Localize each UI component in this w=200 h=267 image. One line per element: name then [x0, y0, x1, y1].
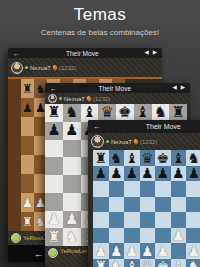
board-square[interactable] [63, 157, 81, 175]
board-square[interactable]: ♟ [63, 211, 81, 229]
title-bar: ← Their Move ◀ ▶ [8, 48, 162, 58]
board-square[interactable] [155, 181, 171, 197]
board-square[interactable] [186, 197, 200, 213]
piece-white-b[interactable]: ♝ [171, 259, 187, 267]
board-square[interactable] [109, 181, 125, 197]
piece-black-p[interactable]: ♟ [155, 166, 171, 182]
back-arrow-icon[interactable]: ← [93, 123, 101, 131]
flame-flair-icon [52, 64, 58, 70]
board-square[interactable] [155, 197, 171, 213]
online-status-icon [106, 140, 109, 143]
piece-white-p[interactable]: ♟ [109, 243, 125, 259]
online-status-icon [25, 66, 28, 69]
board-square[interactable]: ♟ [109, 243, 125, 259]
board-square[interactable]: ♚ [155, 259, 171, 267]
piece-black-b[interactable]: ♝ [124, 150, 140, 166]
board-square[interactable]: ♟ [124, 166, 140, 182]
move-status-title: Their Move [101, 123, 200, 130]
board-square[interactable]: ♞ [186, 150, 200, 166]
piece-black-r[interactable]: ♜ [21, 79, 34, 98]
board-square[interactable] [155, 212, 171, 228]
chess-board-blue[interactable]: ♜♞♝♛♚♝♞♜♟♟♟♟♟♟♟♟♟♟♟♟♟♟♟♟♜♞♝♛♚♝♞♜ [93, 150, 200, 267]
board-square[interactable]: ♟ [45, 122, 63, 140]
board-square[interactable]: ♝ [124, 259, 140, 267]
board-square[interactable]: ♞ [109, 150, 125, 166]
board-square[interactable]: ♞ [63, 104, 81, 122]
piece-white-p[interactable]: ♟ [186, 243, 200, 259]
opponent-name: NezoaT [111, 139, 132, 145]
piece-black-r[interactable]: ♜ [93, 150, 109, 166]
board-square[interactable]: ♟ [93, 166, 109, 182]
title-bar: ← Their Move ◀ ▶ [88, 120, 200, 133]
board-square[interactable]: ♝ [171, 150, 187, 166]
board-square[interactable]: ♟ [186, 243, 200, 259]
player-name: YeRowLei [60, 248, 87, 254]
board-square[interactable] [155, 228, 171, 244]
board-square[interactable]: ♜ [45, 228, 63, 246]
board-square[interactable] [21, 136, 34, 155]
opponent-avatar[interactable] [91, 135, 104, 148]
board-square[interactable] [186, 228, 200, 244]
player-avatar[interactable] [48, 248, 58, 258]
opponent-bar: NezoaT (1232) [88, 133, 200, 150]
board-square[interactable]: ♟ [171, 166, 187, 182]
next-move-icon[interactable]: ▶ [181, 85, 185, 91]
board-square[interactable] [21, 117, 34, 136]
opponent-name: NezoaT [64, 96, 85, 102]
piece-black-b[interactable]: ♝ [171, 150, 187, 166]
piece-white-p[interactable]: ♟ [63, 211, 81, 229]
board-square[interactable] [45, 157, 63, 175]
board-square[interactable]: ♜ [21, 79, 34, 98]
piece-white-p[interactable]: ♟ [155, 243, 171, 259]
board-square[interactable]: ♞ [109, 259, 125, 267]
board-square[interactable] [21, 155, 34, 174]
piece-black-p[interactable]: ♟ [186, 166, 200, 182]
board-square[interactable] [93, 181, 109, 197]
next-move-icon[interactable]: ▶ [153, 50, 157, 56]
piece-black-p[interactable]: ♟ [124, 166, 140, 182]
promo-screen: Temas Centenas de belas combinações! ← T… [0, 0, 200, 267]
piece-white-n[interactable]: ♞ [186, 259, 200, 267]
board-square[interactable] [109, 197, 125, 213]
nav-back-icon[interactable]: ← [34, 249, 43, 259]
board-square[interactable] [140, 197, 156, 213]
board-square[interactable] [140, 181, 156, 197]
flame-flair-icon [86, 95, 92, 101]
piece-white-p[interactable]: ♟ [21, 193, 34, 212]
move-status-title: Their Move [20, 50, 145, 57]
opponent-bar: NezoaT (1232) [8, 58, 162, 77]
piece-black-k[interactable]: ♚ [155, 150, 171, 166]
opponent-rating: (1232) [140, 139, 157, 145]
board-square[interactable] [63, 175, 81, 193]
opponent-bar: NezoaT (1232) [45, 93, 190, 104]
board-square[interactable] [140, 228, 156, 244]
board-square[interactable] [45, 140, 63, 158]
piece-black-p[interactable]: ♟ [45, 122, 63, 140]
board-square[interactable]: ♞ [186, 259, 200, 267]
board-square[interactable]: ♟ [186, 166, 200, 182]
board-square[interactable]: ♜ [93, 150, 109, 166]
opponent-avatar[interactable] [48, 94, 57, 103]
board-square[interactable] [186, 212, 200, 228]
piece-black-q[interactable]: ♛ [140, 150, 156, 166]
piece-white-p[interactable]: ♟ [140, 243, 156, 259]
board-square[interactable] [124, 212, 140, 228]
board-square[interactable]: ♜ [21, 212, 34, 231]
board-square[interactable]: ♜ [45, 104, 63, 122]
board-square[interactable]: ♝ [124, 150, 140, 166]
piece-white-p[interactable]: ♟ [45, 211, 63, 229]
board-square[interactable]: ♟ [155, 166, 171, 182]
piece-black-p[interactable]: ♟ [140, 166, 156, 182]
piece-white-r[interactable]: ♜ [45, 228, 63, 246]
prev-move-icon[interactable]: ◀ [173, 85, 177, 91]
board-square[interactable]: ♟ [124, 243, 140, 259]
board-square[interactable] [171, 197, 187, 213]
board-square[interactable] [63, 193, 81, 211]
board-square[interactable]: ♛ [140, 150, 156, 166]
board-square[interactable] [93, 212, 109, 228]
piece-black-r[interactable]: ♜ [45, 104, 63, 122]
board-square[interactable] [124, 197, 140, 213]
back-arrow-icon[interactable]: ← [13, 50, 20, 57]
theme-screenshot-blue: ← Their Move ◀ ▶ NezoaT (1232) ♜♞♝♛♚♝♞♜♟… [88, 120, 200, 267]
board-square[interactable]: ♟ [45, 211, 63, 229]
piece-white-b[interactable]: ♝ [124, 259, 140, 267]
board-square[interactable]: ♟ [93, 243, 109, 259]
board-square[interactable] [124, 181, 140, 197]
piece-black-p[interactable]: ♟ [93, 166, 109, 182]
piece-white-r[interactable]: ♜ [21, 212, 34, 231]
board-square[interactable]: ♟ [155, 243, 171, 259]
piece-black-n[interactable]: ♞ [63, 104, 81, 122]
piece-black-p[interactable]: ♟ [63, 122, 81, 140]
promo-header: Temas Centenas de belas combinações! [0, 5, 200, 37]
opponent-rating: (1232) [93, 96, 110, 102]
move-status-title: Their Move [57, 85, 173, 92]
board-square[interactable] [21, 174, 34, 193]
piece-white-p[interactable]: ♟ [124, 243, 140, 259]
board-square[interactable] [45, 193, 63, 211]
board-square[interactable]: ♟ [21, 98, 34, 117]
board-square[interactable]: ♜ [93, 259, 109, 267]
board-square[interactable]: ♟ [63, 122, 81, 140]
player-avatar[interactable] [11, 233, 21, 243]
board-square[interactable]: ♝ [171, 259, 187, 267]
board-frame [8, 79, 21, 231]
page-title: Temas [0, 5, 200, 25]
piece-white-k[interactable]: ♚ [155, 259, 171, 267]
prev-move-icon[interactable]: ◀ [145, 50, 149, 56]
piece-black-n[interactable]: ♞ [186, 150, 200, 166]
piece-white-p[interactable]: ♟ [171, 228, 187, 244]
online-status-icon [59, 97, 62, 100]
back-arrow-icon[interactable]: ← [50, 85, 57, 92]
board-square[interactable]: ♛ [140, 259, 156, 267]
piece-white-q[interactable]: ♛ [140, 259, 156, 267]
piece-black-p[interactable]: ♟ [109, 166, 125, 182]
piece-white-n[interactable]: ♞ [109, 259, 125, 267]
board-square[interactable]: ♟ [140, 166, 156, 182]
board-square[interactable] [186, 181, 200, 197]
board-square[interactable]: ♟ [140, 243, 156, 259]
board-square[interactable] [140, 212, 156, 228]
opponent-rating: (1232) [59, 65, 76, 71]
board-square[interactable] [109, 228, 125, 244]
board-square[interactable] [45, 175, 63, 193]
board-square[interactable] [171, 212, 187, 228]
piece-black-p[interactable]: ♟ [171, 166, 187, 182]
board-square[interactable] [93, 197, 109, 213]
board-square[interactable] [171, 181, 187, 197]
opponent-name: NezoaT [30, 65, 51, 71]
board-square[interactable] [63, 140, 81, 158]
board-square[interactable]: ♞ [63, 228, 81, 246]
page-subtitle: Centenas de belas combinações! [0, 28, 200, 37]
board-square[interactable] [171, 243, 187, 259]
piece-white-n[interactable]: ♞ [63, 228, 81, 246]
board-area: ♜♞♝♛♚♝♞♜♟♟♟♟♟♟♟♟♟♟♟♟♟♟♟♟♜♞♝♛♚♝♞♜ [88, 150, 200, 267]
flame-flair-icon [133, 138, 139, 144]
board-square[interactable]: ♟ [171, 228, 187, 244]
board-square[interactable] [93, 228, 109, 244]
title-bar: ← Their Move ◀ ▶ [45, 83, 190, 93]
board-square[interactable]: ♚ [155, 150, 171, 166]
piece-white-p[interactable]: ♟ [93, 243, 109, 259]
piece-white-r[interactable]: ♜ [93, 259, 109, 267]
piece-black-p[interactable]: ♟ [21, 98, 34, 117]
board-square[interactable] [124, 228, 140, 244]
opponent-avatar[interactable] [11, 62, 23, 74]
board-square[interactable]: ♟ [21, 193, 34, 212]
piece-black-n[interactable]: ♞ [109, 150, 125, 166]
board-square[interactable]: ♟ [109, 166, 125, 182]
board-square[interactable] [109, 212, 125, 228]
